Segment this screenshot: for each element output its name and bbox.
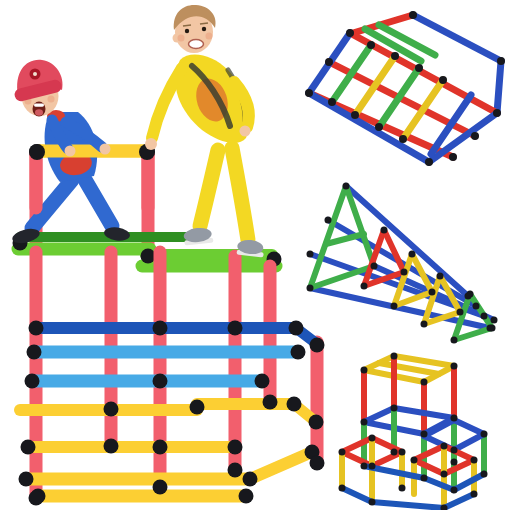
thumbnail-slide-frame [300, 172, 510, 352]
child-yellow-legs [200, 148, 248, 240]
thumbnail-peak-climber [295, 5, 510, 175]
child-blue-head [13, 60, 63, 117]
child-yellow-eye-left [185, 29, 189, 33]
child-blue-legs [32, 178, 112, 228]
main-photo [0, 0, 340, 510]
child-in-yellow [145, 5, 265, 258]
child-yellow-smile [189, 40, 204, 49]
child-yellow-head [173, 5, 216, 53]
tier-tower-top-yellow [364, 356, 454, 382]
child-yellow-left-sneaker [183, 226, 214, 245]
yellow-rails [20, 404, 316, 496]
thumbnail-tiered-gym [330, 340, 510, 510]
child-yellow-eye-right [202, 27, 206, 31]
product-image [0, 0, 510, 510]
